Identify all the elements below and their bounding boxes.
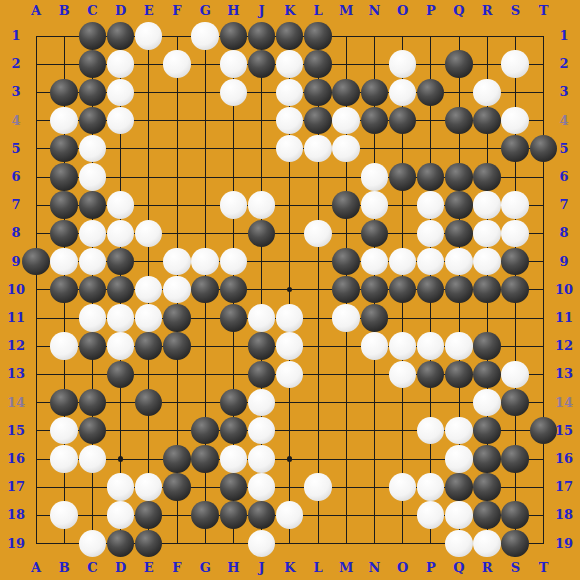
cell-K19[interactable] — [276, 529, 304, 557]
cell-P19[interactable] — [417, 529, 445, 557]
cell-S17[interactable] — [501, 473, 529, 501]
cell-D13[interactable] — [106, 360, 134, 388]
cell-J9[interactable] — [247, 247, 275, 275]
cell-G15[interactable] — [191, 417, 219, 445]
cell-P17[interactable] — [417, 473, 445, 501]
cell-S6[interactable] — [501, 163, 529, 191]
cell-E11[interactable] — [135, 304, 163, 332]
cell-O15[interactable] — [388, 417, 416, 445]
cell-M10[interactable] — [332, 276, 360, 304]
cell-D5[interactable] — [106, 135, 134, 163]
cell-P15[interactable] — [417, 417, 445, 445]
cell-N8[interactable] — [360, 219, 388, 247]
cell-A16[interactable] — [22, 445, 50, 473]
cell-L5[interactable] — [304, 135, 332, 163]
cell-A4[interactable] — [22, 106, 50, 134]
cell-C6[interactable] — [78, 163, 106, 191]
cell-N12[interactable] — [360, 332, 388, 360]
cell-K5[interactable] — [276, 135, 304, 163]
cell-C3[interactable] — [78, 78, 106, 106]
cell-N15[interactable] — [360, 417, 388, 445]
cell-J2[interactable] — [247, 50, 275, 78]
cell-L10[interactable] — [304, 276, 332, 304]
cell-G13[interactable] — [191, 360, 219, 388]
cell-L15[interactable] — [304, 417, 332, 445]
cell-M7[interactable] — [332, 191, 360, 219]
cell-E13[interactable] — [135, 360, 163, 388]
cell-H8[interactable] — [219, 219, 247, 247]
cell-H17[interactable] — [219, 473, 247, 501]
cell-A7[interactable] — [22, 191, 50, 219]
cell-T6[interactable] — [529, 163, 557, 191]
cell-R2[interactable] — [473, 50, 501, 78]
cell-Q11[interactable] — [445, 304, 473, 332]
cell-E10[interactable] — [135, 276, 163, 304]
cell-T14[interactable] — [529, 388, 557, 416]
cell-E3[interactable] — [135, 78, 163, 106]
cell-P8[interactable] — [417, 219, 445, 247]
cell-P10[interactable] — [417, 276, 445, 304]
cell-B17[interactable] — [50, 473, 78, 501]
cell-M17[interactable] — [332, 473, 360, 501]
cell-E5[interactable] — [135, 135, 163, 163]
cell-S18[interactable] — [501, 501, 529, 529]
cell-E1[interactable] — [135, 22, 163, 50]
cell-O2[interactable] — [388, 50, 416, 78]
cell-M14[interactable] — [332, 388, 360, 416]
cell-R14[interactable] — [473, 388, 501, 416]
cell-S1[interactable] — [501, 22, 529, 50]
cell-T18[interactable] — [529, 501, 557, 529]
cell-C9[interactable] — [78, 247, 106, 275]
cell-N19[interactable] — [360, 529, 388, 557]
cell-A10[interactable] — [22, 276, 50, 304]
cell-E4[interactable] — [135, 106, 163, 134]
cell-B18[interactable] — [50, 501, 78, 529]
cell-S12[interactable] — [501, 332, 529, 360]
cell-L18[interactable] — [304, 501, 332, 529]
cell-Q7[interactable] — [445, 191, 473, 219]
cell-C12[interactable] — [78, 332, 106, 360]
cell-Q4[interactable] — [445, 106, 473, 134]
cell-N2[interactable] — [360, 50, 388, 78]
cell-J18[interactable] — [247, 501, 275, 529]
cell-F6[interactable] — [163, 163, 191, 191]
cell-D1[interactable] — [106, 22, 134, 50]
cell-D9[interactable] — [106, 247, 134, 275]
cell-L11[interactable] — [304, 304, 332, 332]
cell-P7[interactable] — [417, 191, 445, 219]
cell-C16[interactable] — [78, 445, 106, 473]
cell-N18[interactable] — [360, 501, 388, 529]
cell-H12[interactable] — [219, 332, 247, 360]
cell-B4[interactable] — [50, 106, 78, 134]
cell-G6[interactable] — [191, 163, 219, 191]
cell-J3[interactable] — [247, 78, 275, 106]
cell-J12[interactable] — [247, 332, 275, 360]
cell-R13[interactable] — [473, 360, 501, 388]
cell-F19[interactable] — [163, 529, 191, 557]
cell-L3[interactable] — [304, 78, 332, 106]
cell-O17[interactable] — [388, 473, 416, 501]
cell-D10[interactable] — [106, 276, 134, 304]
cell-P2[interactable] — [417, 50, 445, 78]
cell-N7[interactable] — [360, 191, 388, 219]
cell-P16[interactable] — [417, 445, 445, 473]
cell-E12[interactable] — [135, 332, 163, 360]
cell-K8[interactable] — [276, 219, 304, 247]
cell-Q5[interactable] — [445, 135, 473, 163]
cell-S9[interactable] — [501, 247, 529, 275]
cell-D14[interactable] — [106, 388, 134, 416]
cell-G2[interactable] — [191, 50, 219, 78]
cell-J1[interactable] — [247, 22, 275, 50]
cell-L6[interactable] — [304, 163, 332, 191]
cell-C14[interactable] — [78, 388, 106, 416]
cell-A17[interactable] — [22, 473, 50, 501]
cell-D2[interactable] — [106, 50, 134, 78]
cell-K3[interactable] — [276, 78, 304, 106]
cell-Q6[interactable] — [445, 163, 473, 191]
cell-R16[interactable] — [473, 445, 501, 473]
cell-L17[interactable] — [304, 473, 332, 501]
cell-J4[interactable] — [247, 106, 275, 134]
cell-D15[interactable] — [106, 417, 134, 445]
cell-L13[interactable] — [304, 360, 332, 388]
cell-B3[interactable] — [50, 78, 78, 106]
cell-F9[interactable] — [163, 247, 191, 275]
cell-K18[interactable] — [276, 501, 304, 529]
cell-P14[interactable] — [417, 388, 445, 416]
cell-K16[interactable] — [276, 445, 304, 473]
cell-R18[interactable] — [473, 501, 501, 529]
cell-C7[interactable] — [78, 191, 106, 219]
cell-F10[interactable] — [163, 276, 191, 304]
cell-K17[interactable] — [276, 473, 304, 501]
cell-N14[interactable] — [360, 388, 388, 416]
cell-N16[interactable] — [360, 445, 388, 473]
cell-M8[interactable] — [332, 219, 360, 247]
cell-H1[interactable] — [219, 22, 247, 50]
cell-O16[interactable] — [388, 445, 416, 473]
cell-B8[interactable] — [50, 219, 78, 247]
cell-T2[interactable] — [529, 50, 557, 78]
cell-H5[interactable] — [219, 135, 247, 163]
cell-N9[interactable] — [360, 247, 388, 275]
cell-M11[interactable] — [332, 304, 360, 332]
cell-O9[interactable] — [388, 247, 416, 275]
cell-R15[interactable] — [473, 417, 501, 445]
cell-M3[interactable] — [332, 78, 360, 106]
cell-F14[interactable] — [163, 388, 191, 416]
cell-H13[interactable] — [219, 360, 247, 388]
cell-R8[interactable] — [473, 219, 501, 247]
cell-F17[interactable] — [163, 473, 191, 501]
cell-F1[interactable] — [163, 22, 191, 50]
cell-T12[interactable] — [529, 332, 557, 360]
cell-F5[interactable] — [163, 135, 191, 163]
cell-D11[interactable] — [106, 304, 134, 332]
cell-H18[interactable] — [219, 501, 247, 529]
cell-M6[interactable] — [332, 163, 360, 191]
cell-F12[interactable] — [163, 332, 191, 360]
cell-A12[interactable] — [22, 332, 50, 360]
cell-C1[interactable] — [78, 22, 106, 50]
cell-N1[interactable] — [360, 22, 388, 50]
cell-N5[interactable] — [360, 135, 388, 163]
cell-T5[interactable] — [529, 135, 557, 163]
cell-H6[interactable] — [219, 163, 247, 191]
cell-N13[interactable] — [360, 360, 388, 388]
cell-B6[interactable] — [50, 163, 78, 191]
cell-C10[interactable] — [78, 276, 106, 304]
cell-J16[interactable] — [247, 445, 275, 473]
cell-P4[interactable] — [417, 106, 445, 134]
cell-G4[interactable] — [191, 106, 219, 134]
cell-G12[interactable] — [191, 332, 219, 360]
cell-M13[interactable] — [332, 360, 360, 388]
cell-M4[interactable] — [332, 106, 360, 134]
cell-K10[interactable] — [276, 276, 304, 304]
cell-B16[interactable] — [50, 445, 78, 473]
cell-R10[interactable] — [473, 276, 501, 304]
cell-R12[interactable] — [473, 332, 501, 360]
cell-M19[interactable] — [332, 529, 360, 557]
cell-M5[interactable] — [332, 135, 360, 163]
cell-O7[interactable] — [388, 191, 416, 219]
cell-P18[interactable] — [417, 501, 445, 529]
cell-B13[interactable] — [50, 360, 78, 388]
cell-T13[interactable] — [529, 360, 557, 388]
cell-G19[interactable] — [191, 529, 219, 557]
cell-Q3[interactable] — [445, 78, 473, 106]
cell-N3[interactable] — [360, 78, 388, 106]
cell-P6[interactable] — [417, 163, 445, 191]
cell-L16[interactable] — [304, 445, 332, 473]
cell-M12[interactable] — [332, 332, 360, 360]
cell-G11[interactable] — [191, 304, 219, 332]
cell-R17[interactable] — [473, 473, 501, 501]
cell-J10[interactable] — [247, 276, 275, 304]
cell-S4[interactable] — [501, 106, 529, 134]
cell-M18[interactable] — [332, 501, 360, 529]
cell-E16[interactable] — [135, 445, 163, 473]
cell-D7[interactable] — [106, 191, 134, 219]
cell-B14[interactable] — [50, 388, 78, 416]
cell-A8[interactable] — [22, 219, 50, 247]
cell-D18[interactable] — [106, 501, 134, 529]
cell-Q13[interactable] — [445, 360, 473, 388]
cell-B9[interactable] — [50, 247, 78, 275]
cell-T11[interactable] — [529, 304, 557, 332]
cell-H2[interactable] — [219, 50, 247, 78]
cell-T16[interactable] — [529, 445, 557, 473]
cell-J6[interactable] — [247, 163, 275, 191]
cell-D12[interactable] — [106, 332, 134, 360]
cell-C11[interactable] — [78, 304, 106, 332]
cell-N6[interactable] — [360, 163, 388, 191]
cell-O13[interactable] — [388, 360, 416, 388]
cell-C4[interactable] — [78, 106, 106, 134]
cell-M9[interactable] — [332, 247, 360, 275]
cell-D8[interactable] — [106, 219, 134, 247]
cell-A13[interactable] — [22, 360, 50, 388]
cell-A19[interactable] — [22, 529, 50, 557]
cell-E7[interactable] — [135, 191, 163, 219]
cell-L12[interactable] — [304, 332, 332, 360]
cell-O10[interactable] — [388, 276, 416, 304]
cell-B10[interactable] — [50, 276, 78, 304]
cell-S2[interactable] — [501, 50, 529, 78]
cell-F2[interactable] — [163, 50, 191, 78]
cell-G5[interactable] — [191, 135, 219, 163]
cell-C17[interactable] — [78, 473, 106, 501]
cell-D4[interactable] — [106, 106, 134, 134]
cell-T7[interactable] — [529, 191, 557, 219]
cell-C13[interactable] — [78, 360, 106, 388]
cell-A6[interactable] — [22, 163, 50, 191]
cell-F13[interactable] — [163, 360, 191, 388]
cell-Q15[interactable] — [445, 417, 473, 445]
cell-M2[interactable] — [332, 50, 360, 78]
cell-G7[interactable] — [191, 191, 219, 219]
cell-Q8[interactable] — [445, 219, 473, 247]
cell-O3[interactable] — [388, 78, 416, 106]
cell-H10[interactable] — [219, 276, 247, 304]
cell-R19[interactable] — [473, 529, 501, 557]
cell-H14[interactable] — [219, 388, 247, 416]
cell-L14[interactable] — [304, 388, 332, 416]
cell-R1[interactable] — [473, 22, 501, 50]
cell-L7[interactable] — [304, 191, 332, 219]
cell-S19[interactable] — [501, 529, 529, 557]
cell-A5[interactable] — [22, 135, 50, 163]
cell-E6[interactable] — [135, 163, 163, 191]
cell-R6[interactable] — [473, 163, 501, 191]
cell-O11[interactable] — [388, 304, 416, 332]
cell-M16[interactable] — [332, 445, 360, 473]
cell-D3[interactable] — [106, 78, 134, 106]
cell-S11[interactable] — [501, 304, 529, 332]
cell-O18[interactable] — [388, 501, 416, 529]
cell-L8[interactable] — [304, 219, 332, 247]
cell-D19[interactable] — [106, 529, 134, 557]
cell-B7[interactable] — [50, 191, 78, 219]
cell-S10[interactable] — [501, 276, 529, 304]
cell-K13[interactable] — [276, 360, 304, 388]
cell-R9[interactable] — [473, 247, 501, 275]
cell-K9[interactable] — [276, 247, 304, 275]
cell-L4[interactable] — [304, 106, 332, 134]
cell-B19[interactable] — [50, 529, 78, 557]
cell-K6[interactable] — [276, 163, 304, 191]
cell-B5[interactable] — [50, 135, 78, 163]
cell-H9[interactable] — [219, 247, 247, 275]
cell-S15[interactable] — [501, 417, 529, 445]
cell-P9[interactable] — [417, 247, 445, 275]
cell-E15[interactable] — [135, 417, 163, 445]
cell-H7[interactable] — [219, 191, 247, 219]
cell-S5[interactable] — [501, 135, 529, 163]
cell-O4[interactable] — [388, 106, 416, 134]
cell-S14[interactable] — [501, 388, 529, 416]
cell-Q2[interactable] — [445, 50, 473, 78]
cell-J19[interactable] — [247, 529, 275, 557]
cell-C8[interactable] — [78, 219, 106, 247]
cell-H16[interactable] — [219, 445, 247, 473]
cell-E17[interactable] — [135, 473, 163, 501]
cell-N10[interactable] — [360, 276, 388, 304]
cell-F15[interactable] — [163, 417, 191, 445]
cell-E9[interactable] — [135, 247, 163, 275]
cell-G8[interactable] — [191, 219, 219, 247]
cell-Q16[interactable] — [445, 445, 473, 473]
cell-F7[interactable] — [163, 191, 191, 219]
cell-H15[interactable] — [219, 417, 247, 445]
cell-P1[interactable] — [417, 22, 445, 50]
cell-Q9[interactable] — [445, 247, 473, 275]
cell-K7[interactable] — [276, 191, 304, 219]
cell-O12[interactable] — [388, 332, 416, 360]
cell-B2[interactable] — [50, 50, 78, 78]
cell-R5[interactable] — [473, 135, 501, 163]
cell-N17[interactable] — [360, 473, 388, 501]
cell-E14[interactable] — [135, 388, 163, 416]
cell-N11[interactable] — [360, 304, 388, 332]
cell-S13[interactable] — [501, 360, 529, 388]
cell-O1[interactable] — [388, 22, 416, 50]
cell-H19[interactable] — [219, 529, 247, 557]
cell-B1[interactable] — [50, 22, 78, 50]
cell-F11[interactable] — [163, 304, 191, 332]
cell-R7[interactable] — [473, 191, 501, 219]
cell-A9[interactable] — [22, 247, 50, 275]
cell-J14[interactable] — [247, 388, 275, 416]
cell-H4[interactable] — [219, 106, 247, 134]
cell-J17[interactable] — [247, 473, 275, 501]
cell-C15[interactable] — [78, 417, 106, 445]
cell-K2[interactable] — [276, 50, 304, 78]
cell-G18[interactable] — [191, 501, 219, 529]
cell-G14[interactable] — [191, 388, 219, 416]
cell-C19[interactable] — [78, 529, 106, 557]
cell-A3[interactable] — [22, 78, 50, 106]
cell-F18[interactable] — [163, 501, 191, 529]
cell-S16[interactable] — [501, 445, 529, 473]
cell-Q12[interactable] — [445, 332, 473, 360]
cell-E8[interactable] — [135, 219, 163, 247]
cell-J5[interactable] — [247, 135, 275, 163]
cell-Q19[interactable] — [445, 529, 473, 557]
cell-T8[interactable] — [529, 219, 557, 247]
cell-Q18[interactable] — [445, 501, 473, 529]
cell-K1[interactable] — [276, 22, 304, 50]
cell-T15[interactable] — [529, 417, 557, 445]
cell-G3[interactable] — [191, 78, 219, 106]
cell-D16[interactable] — [106, 445, 134, 473]
cell-L1[interactable] — [304, 22, 332, 50]
cell-F16[interactable] — [163, 445, 191, 473]
cell-G17[interactable] — [191, 473, 219, 501]
cell-S8[interactable] — [501, 219, 529, 247]
cell-T17[interactable] — [529, 473, 557, 501]
cell-P11[interactable] — [417, 304, 445, 332]
cell-C18[interactable] — [78, 501, 106, 529]
cell-K11[interactable] — [276, 304, 304, 332]
cell-A1[interactable] — [22, 22, 50, 50]
cell-O6[interactable] — [388, 163, 416, 191]
cell-E19[interactable] — [135, 529, 163, 557]
